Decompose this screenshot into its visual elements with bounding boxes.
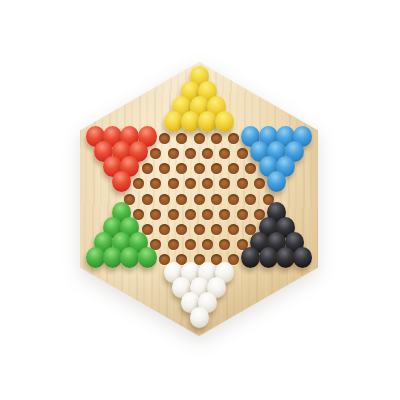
board-hole-r12-c7[interactable] bbox=[202, 239, 213, 250]
board-hole-r11-c6[interactable] bbox=[194, 224, 205, 235]
board-hole-r8-c9[interactable] bbox=[254, 178, 265, 189]
board-hole-r8-c8[interactable] bbox=[237, 178, 248, 189]
board-hole-r10-c3[interactable] bbox=[150, 209, 161, 220]
board-hole-r11-c8[interactable] bbox=[228, 224, 239, 235]
board-hole-r6-c5[interactable] bbox=[168, 148, 179, 159]
board-hole-r11-c7[interactable] bbox=[211, 224, 222, 235]
red-peg-r8-c1[interactable] bbox=[112, 171, 131, 192]
board-holes-layer bbox=[0, 0, 400, 400]
board-hole-r12-c5[interactable] bbox=[168, 239, 179, 250]
board-hole-r5-c9[interactable] bbox=[228, 133, 239, 144]
board-hole-r8-c3[interactable] bbox=[150, 178, 161, 189]
board-hole-r12-c6[interactable] bbox=[185, 239, 196, 250]
board-hole-r10-c5[interactable] bbox=[185, 209, 196, 220]
board-hole-r10-c8[interactable] bbox=[237, 209, 248, 220]
board-hole-r9-c8[interactable] bbox=[245, 194, 256, 205]
board-hole-r6-c6[interactable] bbox=[185, 148, 196, 159]
board-hole-r5-c6[interactable] bbox=[176, 133, 187, 144]
board-hole-r9-c5[interactable] bbox=[194, 194, 205, 205]
board-hole-r12-c8[interactable] bbox=[219, 239, 230, 250]
green-peg-r13-c4[interactable] bbox=[138, 247, 157, 268]
board-hole-r7-c3[interactable] bbox=[142, 163, 153, 174]
board-hole-r8-c4[interactable] bbox=[168, 178, 179, 189]
board-hole-r9-c7[interactable] bbox=[228, 194, 239, 205]
board-hole-r8-c5[interactable] bbox=[185, 178, 196, 189]
board-hole-r7-c8[interactable] bbox=[228, 163, 239, 174]
black-peg-r13-c10[interactable] bbox=[241, 247, 260, 268]
board-hole-r7-c9[interactable] bbox=[245, 163, 256, 174]
board-hole-r6-c4[interactable] bbox=[150, 148, 161, 159]
yellow-peg-r4-c3[interactable] bbox=[198, 111, 217, 132]
board-hole-r11-c4[interactable] bbox=[159, 224, 170, 235]
board-hole-r10-c4[interactable] bbox=[168, 209, 179, 220]
black-peg-r13-c12[interactable] bbox=[276, 247, 295, 268]
board-hole-r6-c8[interactable] bbox=[219, 148, 230, 159]
green-peg-r13-c2[interactable] bbox=[103, 247, 122, 268]
board-hole-r9-c2[interactable] bbox=[142, 194, 153, 205]
board-hole-r5-c8[interactable] bbox=[211, 133, 222, 144]
board-hole-r7-c6[interactable] bbox=[194, 163, 205, 174]
board-hole-r7-c7[interactable] bbox=[211, 163, 222, 174]
board-hole-r9-c3[interactable] bbox=[159, 194, 170, 205]
board-hole-r6-c9[interactable] bbox=[237, 148, 248, 159]
yellow-peg-r4-c4[interactable] bbox=[215, 111, 234, 132]
board-hole-r9-c6[interactable] bbox=[211, 194, 222, 205]
board-hole-r8-c2[interactable] bbox=[133, 178, 144, 189]
board-hole-r8-c7[interactable] bbox=[219, 178, 230, 189]
board-hole-r5-c7[interactable] bbox=[194, 133, 205, 144]
black-peg-r13-c13[interactable] bbox=[293, 247, 312, 268]
white-peg-r17-c1[interactable] bbox=[190, 307, 209, 328]
yellow-peg-r4-c2[interactable] bbox=[181, 111, 200, 132]
board-hole-r9-c4[interactable] bbox=[176, 194, 187, 205]
board-hole-r8-c6[interactable] bbox=[202, 178, 213, 189]
board-hole-r6-c7[interactable] bbox=[202, 148, 213, 159]
board-hole-r10-c7[interactable] bbox=[219, 209, 230, 220]
board-hole-r7-c4[interactable] bbox=[159, 163, 170, 174]
board-hole-r7-c5[interactable] bbox=[176, 163, 187, 174]
green-peg-r13-c1[interactable] bbox=[86, 247, 105, 268]
black-peg-r13-c11[interactable] bbox=[259, 247, 278, 268]
yellow-peg-r4-c1[interactable] bbox=[164, 111, 183, 132]
board-hole-r5-c5[interactable] bbox=[159, 133, 170, 144]
green-peg-r13-c3[interactable] bbox=[120, 247, 139, 268]
blue-peg-r8-c10[interactable] bbox=[267, 171, 286, 192]
chinese-checkers-product-photo bbox=[0, 0, 400, 400]
board-hole-r11-c5[interactable] bbox=[176, 224, 187, 235]
board-hole-r10-c6[interactable] bbox=[202, 209, 213, 220]
